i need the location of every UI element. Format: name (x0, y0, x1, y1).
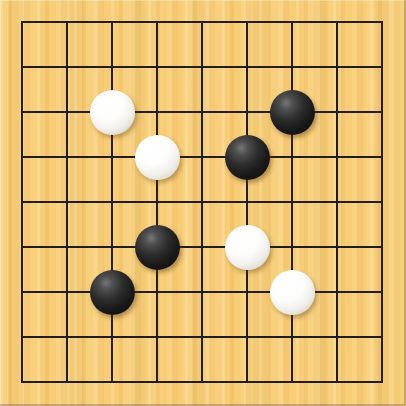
board-intersection[interactable] (180, 0, 225, 45)
board-intersection[interactable] (45, 180, 90, 225)
board-intersection[interactable] (0, 225, 45, 270)
black-stone (90, 270, 135, 315)
board-intersection[interactable] (135, 0, 180, 45)
board-intersection[interactable] (135, 135, 180, 180)
board-intersection[interactable] (225, 0, 270, 45)
board-intersection[interactable] (45, 0, 90, 45)
board-intersection[interactable] (90, 315, 135, 360)
board-intersection[interactable] (270, 315, 315, 360)
white-stone (90, 90, 135, 135)
board-intersection[interactable] (45, 315, 90, 360)
board-intersection[interactable] (90, 225, 135, 270)
board-intersection[interactable] (315, 180, 360, 225)
board-intersection[interactable] (360, 180, 405, 225)
board-intersection[interactable] (135, 180, 180, 225)
board-intersection[interactable] (225, 135, 270, 180)
board-intersection[interactable] (225, 225, 270, 270)
white-stone (270, 270, 315, 315)
board-intersection[interactable] (135, 360, 180, 405)
board-intersection[interactable] (135, 225, 180, 270)
board-intersection[interactable] (180, 315, 225, 360)
board-intersection[interactable] (135, 315, 180, 360)
board-intersection[interactable] (45, 45, 90, 90)
board-intersection[interactable] (0, 180, 45, 225)
board-intersection[interactable] (315, 315, 360, 360)
board-intersection[interactable] (225, 90, 270, 135)
board-intersection[interactable] (45, 270, 90, 315)
board-intersection[interactable] (180, 225, 225, 270)
board-intersection[interactable] (360, 90, 405, 135)
board-intersection[interactable] (360, 270, 405, 315)
board-intersection[interactable] (0, 45, 45, 90)
board-intersection[interactable] (90, 270, 135, 315)
board-intersection[interactable] (360, 0, 405, 45)
go-board (0, 0, 406, 406)
board-intersection[interactable] (180, 270, 225, 315)
white-stone (225, 225, 270, 270)
board-intersection[interactable] (315, 45, 360, 90)
board-intersection[interactable] (0, 0, 45, 45)
board-intersection[interactable] (180, 360, 225, 405)
board-intersection[interactable] (180, 45, 225, 90)
black-stone (270, 90, 315, 135)
board-intersection[interactable] (315, 270, 360, 315)
board-intersection[interactable] (180, 135, 225, 180)
board-intersection[interactable] (135, 270, 180, 315)
white-stone (135, 135, 180, 180)
board-intersection[interactable] (270, 270, 315, 315)
board-intersection[interactable] (360, 360, 405, 405)
board-intersection[interactable] (225, 45, 270, 90)
board-intersection[interactable] (225, 180, 270, 225)
board-intersection[interactable] (360, 45, 405, 90)
board-intersection[interactable] (315, 135, 360, 180)
board-intersection[interactable] (180, 90, 225, 135)
board-intersection[interactable] (90, 90, 135, 135)
board-intersection[interactable] (315, 90, 360, 135)
board-intersection[interactable] (360, 315, 405, 360)
board-intersection[interactable] (0, 270, 45, 315)
board-intersection[interactable] (135, 45, 180, 90)
black-stone (135, 225, 180, 270)
board-intersections (0, 0, 405, 405)
board-intersection[interactable] (90, 360, 135, 405)
black-stone (225, 135, 270, 180)
board-intersection[interactable] (90, 135, 135, 180)
board-intersection[interactable] (270, 0, 315, 45)
board-intersection[interactable] (225, 315, 270, 360)
board-intersection[interactable] (315, 0, 360, 45)
board-intersection[interactable] (270, 180, 315, 225)
board-intersection[interactable] (45, 135, 90, 180)
board-intersection[interactable] (225, 360, 270, 405)
board-intersection[interactable] (315, 360, 360, 405)
board-intersection[interactable] (360, 135, 405, 180)
board-intersection[interactable] (90, 0, 135, 45)
board-intersection[interactable] (270, 90, 315, 135)
board-intersection[interactable] (270, 360, 315, 405)
board-intersection[interactable] (90, 180, 135, 225)
board-intersection[interactable] (270, 225, 315, 270)
board-intersection[interactable] (135, 90, 180, 135)
board-intersection[interactable] (270, 45, 315, 90)
board-intersection[interactable] (90, 45, 135, 90)
board-intersection[interactable] (45, 90, 90, 135)
board-intersection[interactable] (45, 360, 90, 405)
board-intersection[interactable] (225, 270, 270, 315)
board-intersection[interactable] (0, 360, 45, 405)
board-intersection[interactable] (360, 225, 405, 270)
board-intersection[interactable] (45, 225, 90, 270)
board-intersection[interactable] (0, 135, 45, 180)
board-intersection[interactable] (270, 135, 315, 180)
board-intersection[interactable] (0, 315, 45, 360)
board-intersection[interactable] (180, 180, 225, 225)
board-intersection[interactable] (0, 90, 45, 135)
board-intersection[interactable] (315, 225, 360, 270)
